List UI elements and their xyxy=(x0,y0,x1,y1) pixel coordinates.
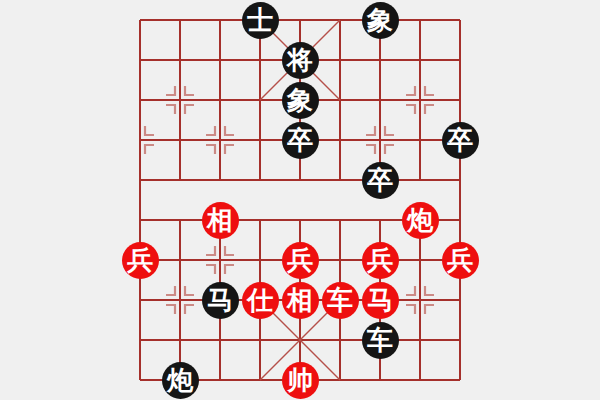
cell-6-2[interactable] xyxy=(360,80,400,120)
black-soldier[interactable]: 卒 xyxy=(362,162,399,199)
cell-4-9[interactable]: 帅 xyxy=(280,360,320,400)
cell-1-3[interactable] xyxy=(160,120,200,160)
cell-2-1[interactable] xyxy=(200,40,240,80)
cell-1-6[interactable] xyxy=(160,240,200,280)
cell-2-4[interactable] xyxy=(200,160,240,200)
cell-4-6[interactable]: 兵 xyxy=(280,240,320,280)
xiangqi-app-screen: 士象将象卒卒卒相炮兵兵兵兵马仕相车马车炮帅 xyxy=(0,0,600,400)
cell-3-2[interactable] xyxy=(240,80,280,120)
cell-4-4[interactable] xyxy=(280,160,320,200)
cell-0-2[interactable] xyxy=(120,80,160,120)
cell-6-6[interactable]: 兵 xyxy=(360,240,400,280)
cell-0-0[interactable] xyxy=(120,0,160,40)
cell-3-5[interactable] xyxy=(240,200,280,240)
black-chariot[interactable]: 车 xyxy=(362,322,399,359)
cell-1-0[interactable] xyxy=(160,0,200,40)
red-soldier[interactable]: 兵 xyxy=(362,242,399,279)
cell-2-9[interactable] xyxy=(200,360,240,400)
cell-4-7[interactable]: 相 xyxy=(280,280,320,320)
cell-3-9[interactable] xyxy=(240,360,280,400)
red-chariot[interactable]: 车 xyxy=(322,282,359,319)
cell-6-8[interactable]: 车 xyxy=(360,320,400,360)
cell-7-7[interactable] xyxy=(400,280,440,320)
cell-4-3[interactable]: 卒 xyxy=(280,120,320,160)
cell-7-9[interactable] xyxy=(400,360,440,400)
cell-6-9[interactable] xyxy=(360,360,400,400)
cell-5-6[interactable] xyxy=(320,240,360,280)
cell-8-2[interactable] xyxy=(440,80,480,120)
red-soldier[interactable]: 兵 xyxy=(282,242,319,279)
cell-0-8[interactable] xyxy=(120,320,160,360)
cell-7-8[interactable] xyxy=(400,320,440,360)
cell-8-1[interactable] xyxy=(440,40,480,80)
red-horse[interactable]: 马 xyxy=(362,282,399,319)
cell-0-5[interactable] xyxy=(120,200,160,240)
cell-5-9[interactable] xyxy=(320,360,360,400)
cell-5-1[interactable] xyxy=(320,40,360,80)
cell-5-2[interactable] xyxy=(320,80,360,120)
cell-4-0[interactable] xyxy=(280,0,320,40)
cell-2-2[interactable] xyxy=(200,80,240,120)
cell-5-8[interactable] xyxy=(320,320,360,360)
red-elephant[interactable]: 相 xyxy=(282,282,319,319)
cell-6-5[interactable] xyxy=(360,200,400,240)
cell-5-7[interactable]: 车 xyxy=(320,280,360,320)
cell-8-6[interactable]: 兵 xyxy=(440,240,480,280)
cell-1-2[interactable] xyxy=(160,80,200,120)
cell-2-0[interactable] xyxy=(200,0,240,40)
cell-2-8[interactable] xyxy=(200,320,240,360)
cell-7-1[interactable] xyxy=(400,40,440,80)
red-general[interactable]: 帅 xyxy=(282,362,319,399)
cell-3-4[interactable] xyxy=(240,160,280,200)
cell-2-7[interactable]: 马 xyxy=(200,280,240,320)
cell-4-1[interactable]: 将 xyxy=(280,40,320,80)
cell-7-5[interactable]: 炮 xyxy=(400,200,440,240)
cell-5-5[interactable] xyxy=(320,200,360,240)
red-advisor[interactable]: 仕 xyxy=(242,282,279,319)
cell-4-5[interactable] xyxy=(280,200,320,240)
board-grid: 士象将象卒卒卒相炮兵兵兵兵马仕相车马车炮帅 xyxy=(120,0,480,400)
black-cannon[interactable]: 炮 xyxy=(162,362,199,399)
cell-7-3[interactable] xyxy=(400,120,440,160)
cell-8-7[interactable] xyxy=(440,280,480,320)
cell-1-7[interactable] xyxy=(160,280,200,320)
red-soldier[interactable]: 兵 xyxy=(442,242,479,279)
cell-8-5[interactable] xyxy=(440,200,480,240)
black-soldier[interactable]: 卒 xyxy=(442,122,479,159)
cell-0-3[interactable] xyxy=(120,120,160,160)
cell-0-7[interactable] xyxy=(120,280,160,320)
cell-1-8[interactable] xyxy=(160,320,200,360)
cell-3-6[interactable] xyxy=(240,240,280,280)
red-soldier[interactable]: 兵 xyxy=(122,242,159,279)
cell-2-3[interactable] xyxy=(200,120,240,160)
cell-8-4[interactable] xyxy=(440,160,480,200)
cell-3-8[interactable] xyxy=(240,320,280,360)
red-elephant[interactable]: 相 xyxy=(202,202,239,239)
black-elephant[interactable]: 象 xyxy=(282,82,319,119)
cell-1-1[interactable] xyxy=(160,40,200,80)
cell-6-0[interactable]: 象 xyxy=(360,0,400,40)
cell-1-4[interactable] xyxy=(160,160,200,200)
cell-6-7[interactable]: 马 xyxy=(360,280,400,320)
cell-8-9[interactable] xyxy=(440,360,480,400)
cell-0-6[interactable]: 兵 xyxy=(120,240,160,280)
cell-8-8[interactable] xyxy=(440,320,480,360)
cell-4-8[interactable] xyxy=(280,320,320,360)
cell-5-0[interactable] xyxy=(320,0,360,40)
black-soldier[interactable]: 卒 xyxy=(282,122,319,159)
cell-3-1[interactable] xyxy=(240,40,280,80)
cell-3-7[interactable]: 仕 xyxy=(240,280,280,320)
cell-3-0[interactable]: 士 xyxy=(240,0,280,40)
cell-6-4[interactable]: 卒 xyxy=(360,160,400,200)
cell-3-3[interactable] xyxy=(240,120,280,160)
black-elephant[interactable]: 象 xyxy=(362,2,399,39)
cell-1-9[interactable]: 炮 xyxy=(160,360,200,400)
cell-7-4[interactable] xyxy=(400,160,440,200)
cell-7-2[interactable] xyxy=(400,80,440,120)
cell-6-1[interactable] xyxy=(360,40,400,80)
cell-1-5[interactable] xyxy=(160,200,200,240)
cell-8-0[interactable] xyxy=(440,0,480,40)
cell-7-6[interactable] xyxy=(400,240,440,280)
black-advisor[interactable]: 士 xyxy=(242,2,279,39)
black-general[interactable]: 将 xyxy=(282,42,319,79)
cell-4-2[interactable]: 象 xyxy=(280,80,320,120)
cell-5-4[interactable] xyxy=(320,160,360,200)
cell-7-0[interactable] xyxy=(400,0,440,40)
xiangqi-board: 士象将象卒卒卒相炮兵兵兵兵马仕相车马车炮帅 xyxy=(120,0,480,400)
cell-2-6[interactable] xyxy=(200,240,240,280)
black-horse[interactable]: 马 xyxy=(202,282,239,319)
cell-0-9[interactable] xyxy=(120,360,160,400)
cell-8-3[interactable]: 卒 xyxy=(440,120,480,160)
red-cannon[interactable]: 炮 xyxy=(402,202,439,239)
cell-5-3[interactable] xyxy=(320,120,360,160)
cell-0-4[interactable] xyxy=(120,160,160,200)
cell-6-3[interactable] xyxy=(360,120,400,160)
cell-0-1[interactable] xyxy=(120,40,160,80)
cell-2-5[interactable]: 相 xyxy=(200,200,240,240)
